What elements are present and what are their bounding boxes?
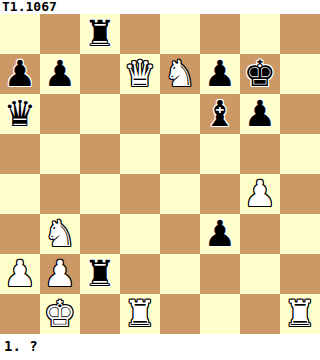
square-f4[interactable] (200, 174, 240, 214)
square-e5[interactable] (160, 134, 200, 174)
square-d1[interactable]: ♜ (120, 294, 160, 334)
white-pawn-icon: ♟ (240, 174, 280, 214)
white-queen-icon: ♛ (120, 54, 160, 94)
white-king-icon: ♚ (40, 294, 80, 334)
square-h3[interactable] (280, 214, 320, 254)
square-a1[interactable] (0, 294, 40, 334)
square-g1[interactable] (240, 294, 280, 334)
black-pawn-icon: ♟ (200, 54, 240, 94)
white-knight-icon: ♞ (40, 214, 80, 254)
square-b7[interactable]: ♟ (40, 54, 80, 94)
square-b3[interactable]: ♞ (40, 214, 80, 254)
square-c1[interactable] (80, 294, 120, 334)
square-d3[interactable] (120, 214, 160, 254)
square-b6[interactable] (40, 94, 80, 134)
square-f5[interactable] (200, 134, 240, 174)
black-rook-icon: ♜ (80, 14, 120, 54)
square-h7[interactable] (280, 54, 320, 94)
square-h2[interactable] (280, 254, 320, 294)
square-b1[interactable]: ♚ (40, 294, 80, 334)
puzzle-id: T1.1067 (0, 0, 320, 14)
black-pawn-icon: ♟ (200, 214, 240, 254)
square-e8[interactable] (160, 14, 200, 54)
white-rook-icon: ♜ (280, 294, 320, 334)
square-b5[interactable] (40, 134, 80, 174)
square-f1[interactable] (200, 294, 240, 334)
square-g7[interactable]: ♚ (240, 54, 280, 94)
black-king-icon: ♚ (240, 54, 280, 94)
square-c6[interactable] (80, 94, 120, 134)
square-h6[interactable] (280, 94, 320, 134)
square-g6[interactable]: ♟ (240, 94, 280, 134)
black-pawn-icon: ♟ (40, 54, 80, 94)
square-e2[interactable] (160, 254, 200, 294)
square-h1[interactable]: ♜ (280, 294, 320, 334)
square-a2[interactable]: ♟ (0, 254, 40, 294)
square-g8[interactable] (240, 14, 280, 54)
square-d4[interactable] (120, 174, 160, 214)
square-f7[interactable]: ♟ (200, 54, 240, 94)
square-d5[interactable] (120, 134, 160, 174)
square-e7[interactable]: ♞ (160, 54, 200, 94)
white-rook-icon: ♜ (120, 294, 160, 334)
square-b8[interactable] (40, 14, 80, 54)
white-pawn-icon: ♟ (0, 254, 40, 294)
black-pawn-icon: ♟ (0, 54, 40, 94)
square-g3[interactable] (240, 214, 280, 254)
square-a8[interactable] (0, 14, 40, 54)
square-a5[interactable] (0, 134, 40, 174)
square-b4[interactable] (40, 174, 80, 214)
square-d2[interactable] (120, 254, 160, 294)
black-queen-icon: ♛ (0, 94, 40, 134)
chess-puzzle-page: T1.1067 ♜♟♟♛♞♟♚♛♝♟♟♞♟♟♟♜♚♜♜ 1. ? (0, 0, 320, 360)
chess-board: ♜♟♟♛♞♟♚♛♝♟♟♞♟♟♟♜♚♜♜ (0, 14, 320, 334)
square-e3[interactable] (160, 214, 200, 254)
square-g4[interactable]: ♟ (240, 174, 280, 214)
square-f8[interactable] (200, 14, 240, 54)
square-h8[interactable] (280, 14, 320, 54)
square-e6[interactable] (160, 94, 200, 134)
square-b2[interactable]: ♟ (40, 254, 80, 294)
move-prompt: 1. ? (0, 334, 320, 360)
square-c2[interactable]: ♜ (80, 254, 120, 294)
square-c8[interactable]: ♜ (80, 14, 120, 54)
square-a4[interactable] (0, 174, 40, 214)
square-c7[interactable] (80, 54, 120, 94)
square-d6[interactable] (120, 94, 160, 134)
square-d8[interactable] (120, 14, 160, 54)
square-f2[interactable] (200, 254, 240, 294)
square-g2[interactable] (240, 254, 280, 294)
square-c3[interactable] (80, 214, 120, 254)
square-f6[interactable]: ♝ (200, 94, 240, 134)
square-g5[interactable] (240, 134, 280, 174)
square-h5[interactable] (280, 134, 320, 174)
square-e1[interactable] (160, 294, 200, 334)
square-c4[interactable] (80, 174, 120, 214)
black-pawn-icon: ♟ (240, 94, 280, 134)
square-a7[interactable]: ♟ (0, 54, 40, 94)
square-c5[interactable] (80, 134, 120, 174)
square-a3[interactable] (0, 214, 40, 254)
white-pawn-icon: ♟ (40, 254, 80, 294)
black-bishop-icon: ♝ (200, 94, 240, 134)
square-a6[interactable]: ♛ (0, 94, 40, 134)
square-d7[interactable]: ♛ (120, 54, 160, 94)
black-rook-icon: ♜ (80, 254, 120, 294)
white-knight-icon: ♞ (160, 54, 200, 94)
square-e4[interactable] (160, 174, 200, 214)
square-h4[interactable] (280, 174, 320, 214)
square-f3[interactable]: ♟ (200, 214, 240, 254)
